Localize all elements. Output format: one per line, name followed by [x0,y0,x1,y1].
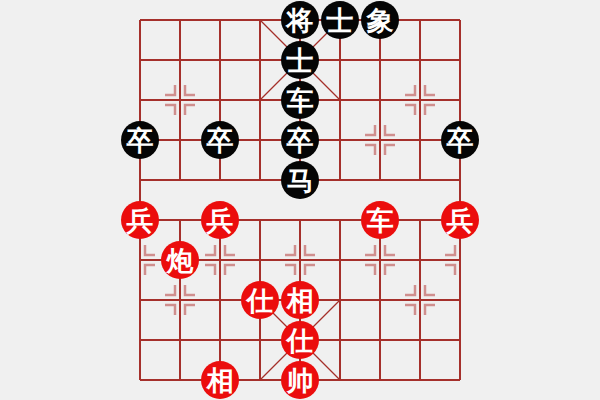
piece-red-general[interactable]: 帅 [281,361,319,399]
piece-red-advisor[interactable]: 仕 [241,281,279,319]
piece-black-soldier[interactable]: 卒 [281,121,319,159]
piece-red-elephant[interactable]: 相 [201,361,239,399]
piece-black-soldier[interactable]: 卒 [201,121,239,159]
piece-red-advisor[interactable]: 仕 [281,321,319,359]
piece-black-advisor[interactable]: 士 [281,41,319,79]
piece-red-soldier[interactable]: 兵 [441,201,479,239]
piece-black-advisor[interactable]: 士 [321,1,359,39]
piece-black-elephant[interactable]: 象 [361,1,399,39]
piece-black-soldier[interactable]: 卒 [441,121,479,159]
piece-black-horse[interactable]: 马 [281,161,319,199]
piece-black-soldier[interactable]: 卒 [121,121,159,159]
xiangqi-board: 将士象士车卒卒卒卒马兵兵车兵炮仕相仕相帅 [0,0,600,400]
piece-red-soldier[interactable]: 兵 [121,201,159,239]
piece-red-cannon[interactable]: 炮 [161,241,199,279]
pieces-layer: 将士象士车卒卒卒卒马兵兵车兵炮仕相仕相帅 [120,0,480,400]
piece-red-elephant[interactable]: 相 [281,281,319,319]
piece-red-soldier[interactable]: 兵 [201,201,239,239]
piece-black-chariot[interactable]: 车 [281,81,319,119]
piece-red-chariot[interactable]: 车 [361,201,399,239]
piece-black-general[interactable]: 将 [281,1,319,39]
